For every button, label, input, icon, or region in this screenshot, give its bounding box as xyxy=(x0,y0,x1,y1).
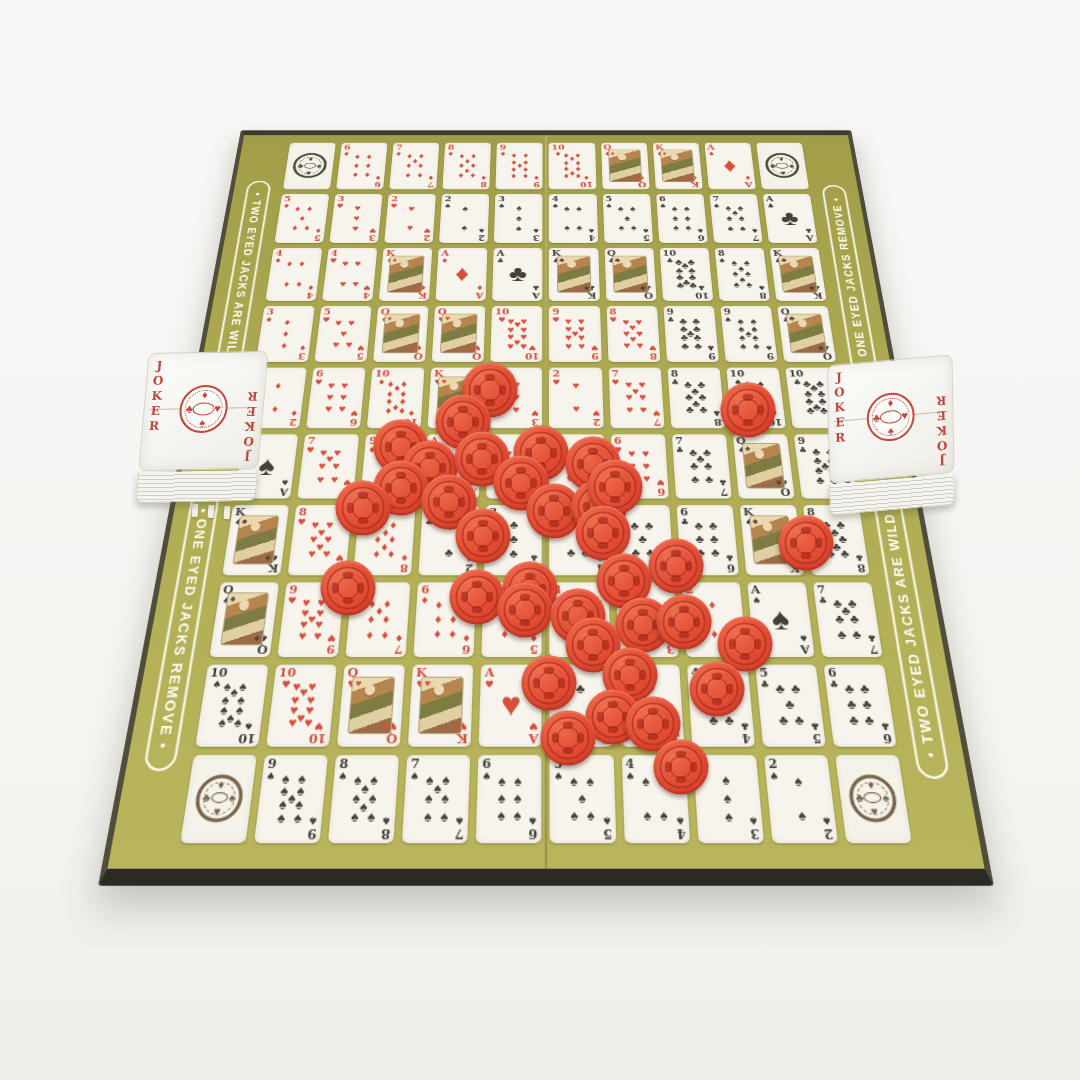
red-chip[interactable] xyxy=(336,481,391,536)
red-chip[interactable] xyxy=(541,711,596,766)
red-chip[interactable] xyxy=(522,656,577,711)
red-chip[interactable] xyxy=(779,516,834,571)
sequence-game-photo: • TWO EYED JACKS ARE WILD • • ONE EYED J… xyxy=(0,0,1080,1080)
red-chip[interactable] xyxy=(321,561,376,616)
red-chip[interactable] xyxy=(690,662,745,717)
chips-layer xyxy=(0,0,1080,1080)
red-chip[interactable] xyxy=(450,570,505,625)
red-chip[interactable] xyxy=(498,583,553,638)
red-chip[interactable] xyxy=(721,383,776,438)
red-chip[interactable] xyxy=(657,595,712,650)
red-chip[interactable] xyxy=(649,539,704,594)
red-chip[interactable] xyxy=(576,506,631,561)
red-chip[interactable] xyxy=(654,740,709,795)
red-chip[interactable] xyxy=(456,509,511,564)
